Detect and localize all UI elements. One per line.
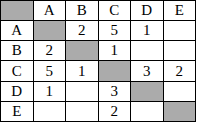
row-header-D: D <box>1 82 34 102</box>
cell-A-E <box>164 21 197 41</box>
row-header-A: A <box>1 21 34 41</box>
cell-C-A: 5 <box>34 61 67 81</box>
cell-C-E: 2 <box>164 61 197 81</box>
cell-D-A: 1 <box>34 82 67 102</box>
row-header-E: E <box>1 102 34 122</box>
cell-E-B <box>66 102 99 122</box>
col-header-D: D <box>131 1 164 21</box>
col-header-A: A <box>34 1 67 21</box>
cell-D-E <box>164 82 197 102</box>
col-header-E: E <box>164 1 197 21</box>
row-header-B: B <box>1 41 34 61</box>
cell-E-C: 2 <box>99 102 132 122</box>
cell-C-B: 1 <box>66 61 99 81</box>
cell-A-A <box>34 21 67 41</box>
cell-D-C: 3 <box>99 82 132 102</box>
cell-E-A <box>34 102 67 122</box>
col-header-C: C <box>99 1 132 21</box>
cell-E-E <box>164 102 197 122</box>
cell-A-D: 1 <box>131 21 164 41</box>
cell-C-D: 3 <box>131 61 164 81</box>
distance-table: ABCDEA251B21C5132D13E2 <box>0 0 196 122</box>
cell-E-D <box>131 102 164 122</box>
cell-A-B: 2 <box>66 21 99 41</box>
cell-B-D <box>131 41 164 61</box>
row-header-C: C <box>1 61 34 81</box>
cell-B-A: 2 <box>34 41 67 61</box>
col-header-B: B <box>66 1 99 21</box>
corner-cell <box>1 1 34 21</box>
cell-A-C: 5 <box>99 21 132 41</box>
cell-C-C <box>99 61 132 81</box>
cell-B-E <box>164 41 197 61</box>
cell-B-C: 1 <box>99 41 132 61</box>
cell-D-D <box>131 82 164 102</box>
cell-B-B <box>66 41 99 61</box>
matrix-grid: ABCDEA251B21C5132D13E2 <box>0 0 196 122</box>
cell-D-B <box>66 82 99 102</box>
